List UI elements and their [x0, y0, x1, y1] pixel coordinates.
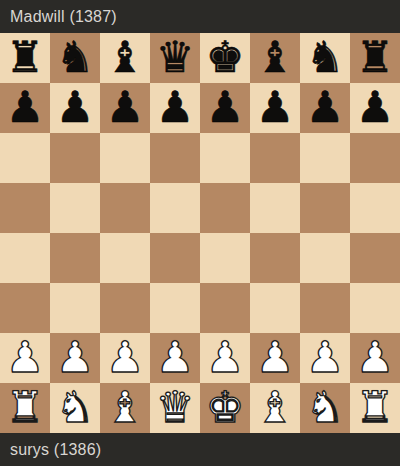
- square-e2[interactable]: ♟: [200, 333, 250, 383]
- square-f7[interactable]: ♟: [250, 83, 300, 133]
- square-b7[interactable]: ♟: [50, 83, 100, 133]
- square-b3[interactable]: [50, 283, 100, 333]
- piece-black-bishop[interactable]: ♝: [106, 32, 145, 82]
- square-a4[interactable]: [0, 233, 50, 283]
- square-e8[interactable]: ♚: [200, 33, 250, 83]
- square-d3[interactable]: [150, 283, 200, 333]
- square-g7[interactable]: ♟: [300, 83, 350, 133]
- square-h3[interactable]: [350, 283, 400, 333]
- chess-board: ♜♞♝♛♚♝♞♜♟♟♟♟♟♟♟♟♟♟♟♟♟♟♟♟♜♞♝♛♚♝♞♜: [0, 33, 400, 433]
- piece-black-pawn[interactable]: ♟: [356, 82, 395, 132]
- square-h2[interactable]: ♟: [350, 333, 400, 383]
- square-e4[interactable]: [200, 233, 250, 283]
- square-g3[interactable]: [300, 283, 350, 333]
- piece-black-bishop[interactable]: ♝: [256, 32, 295, 82]
- square-b2[interactable]: ♟: [50, 333, 100, 383]
- square-c7[interactable]: ♟: [100, 83, 150, 133]
- piece-white-king[interactable]: ♚: [206, 382, 245, 432]
- square-e5[interactable]: [200, 183, 250, 233]
- square-c8[interactable]: ♝: [100, 33, 150, 83]
- piece-black-pawn[interactable]: ♟: [206, 82, 245, 132]
- square-e1[interactable]: ♚: [200, 383, 250, 433]
- piece-white-pawn[interactable]: ♟: [156, 332, 195, 382]
- piece-black-pawn[interactable]: ♟: [306, 82, 345, 132]
- piece-white-pawn[interactable]: ♟: [206, 332, 245, 382]
- square-f5[interactable]: [250, 183, 300, 233]
- square-b1[interactable]: ♞: [50, 383, 100, 433]
- piece-white-pawn[interactable]: ♟: [6, 332, 45, 382]
- piece-white-pawn[interactable]: ♟: [106, 332, 145, 382]
- piece-black-pawn[interactable]: ♟: [256, 82, 295, 132]
- square-f1[interactable]: ♝: [250, 383, 300, 433]
- piece-white-rook[interactable]: ♜: [356, 382, 395, 432]
- bottom-player-bar: surys (1386): [0, 433, 400, 466]
- square-g8[interactable]: ♞: [300, 33, 350, 83]
- square-h7[interactable]: ♟: [350, 83, 400, 133]
- square-c5[interactable]: [100, 183, 150, 233]
- square-c1[interactable]: ♝: [100, 383, 150, 433]
- square-c6[interactable]: [100, 133, 150, 183]
- top-player-bar: Madwill (1387): [0, 0, 400, 33]
- square-g5[interactable]: [300, 183, 350, 233]
- square-f4[interactable]: [250, 233, 300, 283]
- piece-white-knight[interactable]: ♞: [306, 382, 345, 432]
- square-c2[interactable]: ♟: [100, 333, 150, 383]
- square-g2[interactable]: ♟: [300, 333, 350, 383]
- piece-black-rook[interactable]: ♜: [356, 32, 395, 82]
- piece-black-king[interactable]: ♚: [206, 32, 245, 82]
- square-g1[interactable]: ♞: [300, 383, 350, 433]
- square-b4[interactable]: [50, 233, 100, 283]
- square-a8[interactable]: ♜: [0, 33, 50, 83]
- square-a1[interactable]: ♜: [0, 383, 50, 433]
- top-player-name-rating: Madwill (1387): [10, 8, 117, 26]
- piece-black-pawn[interactable]: ♟: [156, 82, 195, 132]
- bottom-player-name-rating: surys (1386): [10, 441, 101, 459]
- piece-white-pawn[interactable]: ♟: [306, 332, 345, 382]
- square-f6[interactable]: [250, 133, 300, 183]
- square-e6[interactable]: [200, 133, 250, 183]
- square-b8[interactable]: ♞: [50, 33, 100, 83]
- square-d2[interactable]: ♟: [150, 333, 200, 383]
- chess-game-screen: Madwill (1387) ♜♞♝♛♚♝♞♜♟♟♟♟♟♟♟♟♟♟♟♟♟♟♟♟♜…: [0, 0, 400, 466]
- piece-black-pawn[interactable]: ♟: [56, 82, 95, 132]
- square-a2[interactable]: ♟: [0, 333, 50, 383]
- piece-black-queen[interactable]: ♛: [156, 32, 195, 82]
- square-a7[interactable]: ♟: [0, 83, 50, 133]
- piece-white-bishop[interactable]: ♝: [106, 382, 145, 432]
- piece-white-pawn[interactable]: ♟: [356, 332, 395, 382]
- square-g6[interactable]: [300, 133, 350, 183]
- piece-white-pawn[interactable]: ♟: [256, 332, 295, 382]
- square-f3[interactable]: [250, 283, 300, 333]
- square-h6[interactable]: [350, 133, 400, 183]
- square-d7[interactable]: ♟: [150, 83, 200, 133]
- square-d5[interactable]: [150, 183, 200, 233]
- square-f2[interactable]: ♟: [250, 333, 300, 383]
- piece-black-knight[interactable]: ♞: [306, 32, 345, 82]
- piece-white-pawn[interactable]: ♟: [56, 332, 95, 382]
- square-e3[interactable]: [200, 283, 250, 333]
- square-a3[interactable]: [0, 283, 50, 333]
- square-c4[interactable]: [100, 233, 150, 283]
- square-h4[interactable]: [350, 233, 400, 283]
- piece-white-knight[interactable]: ♞: [56, 382, 95, 432]
- square-f8[interactable]: ♝: [250, 33, 300, 83]
- square-b5[interactable]: [50, 183, 100, 233]
- piece-white-bishop[interactable]: ♝: [256, 382, 295, 432]
- piece-black-pawn[interactable]: ♟: [6, 82, 45, 132]
- square-d1[interactable]: ♛: [150, 383, 200, 433]
- square-b6[interactable]: [50, 133, 100, 183]
- piece-white-rook[interactable]: ♜: [6, 382, 45, 432]
- square-d6[interactable]: [150, 133, 200, 183]
- square-d4[interactable]: [150, 233, 200, 283]
- square-h5[interactable]: [350, 183, 400, 233]
- square-c3[interactable]: [100, 283, 150, 333]
- piece-black-knight[interactable]: ♞: [56, 32, 95, 82]
- square-a5[interactable]: [0, 183, 50, 233]
- square-g4[interactable]: [300, 233, 350, 283]
- square-h8[interactable]: ♜: [350, 33, 400, 83]
- piece-black-rook[interactable]: ♜: [6, 32, 45, 82]
- square-d8[interactable]: ♛: [150, 33, 200, 83]
- piece-white-queen[interactable]: ♛: [156, 382, 195, 432]
- piece-black-pawn[interactable]: ♟: [106, 82, 145, 132]
- square-e7[interactable]: ♟: [200, 83, 250, 133]
- square-a6[interactable]: [0, 133, 50, 183]
- square-h1[interactable]: ♜: [350, 383, 400, 433]
